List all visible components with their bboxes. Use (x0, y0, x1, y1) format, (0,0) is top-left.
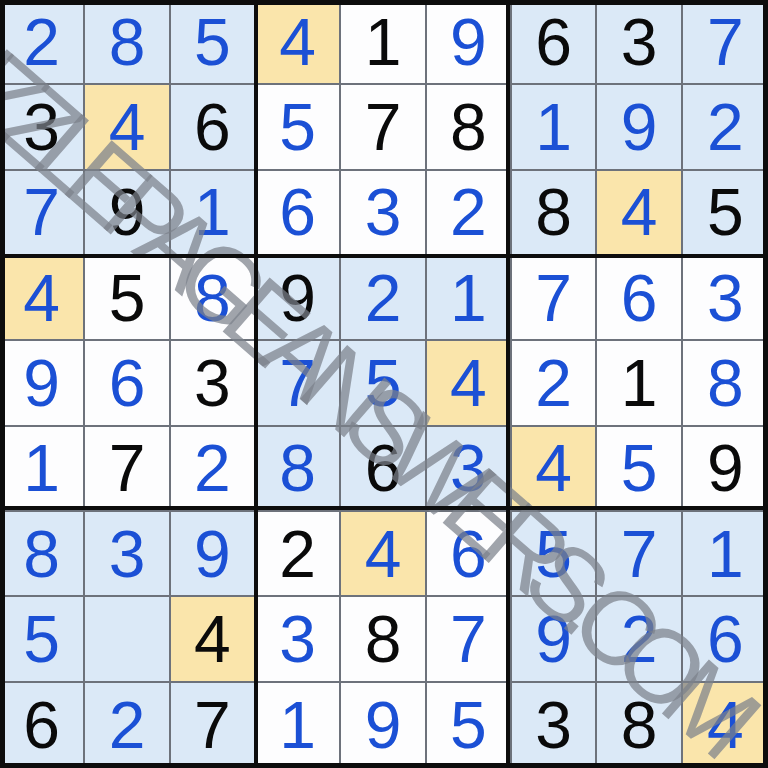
cell-r1c1[interactable]: 2 (0, 0, 85, 85)
entry-digit: 5 (450, 692, 487, 758)
cell-r2c4[interactable]: 5 (256, 85, 341, 170)
entry-digit: 3 (109, 521, 146, 587)
entry-digit: 9 (450, 9, 487, 75)
sudoku-grid: 2854196373465781927916328454589217639637… (0, 0, 768, 768)
cell-r1c4[interactable]: 4 (256, 0, 341, 85)
given-digit: 5 (707, 179, 744, 245)
entry-digit: 5 (194, 9, 231, 75)
entry-digit: 6 (279, 179, 316, 245)
entry-digit: 1 (194, 179, 231, 245)
entry-digit: 5 (535, 521, 572, 587)
given-digit: 7 (194, 692, 231, 758)
cell-r5c9[interactable]: 8 (683, 341, 768, 426)
cell-r1c8[interactable]: 3 (597, 0, 682, 85)
cell-r4c4[interactable]: 9 (256, 256, 341, 341)
cell-r3c4[interactable]: 6 (256, 171, 341, 256)
cell-r9c2[interactable]: 2 (85, 683, 170, 768)
cell-r1c3[interactable]: 5 (171, 0, 256, 85)
entry-digit: 2 (194, 435, 231, 501)
given-digit: 3 (535, 692, 572, 758)
cell-r5c2[interactable]: 6 (85, 341, 170, 426)
cell-r4c1[interactable]: 4 (0, 256, 85, 341)
given-digit: 6 (365, 435, 402, 501)
cell-r2c1[interactable]: 3 (0, 85, 85, 170)
cell-r3c6[interactable]: 2 (427, 171, 512, 256)
cell-r2c2[interactable]: 4 (85, 85, 170, 170)
entry-digit: 2 (450, 179, 487, 245)
cell-r6c5[interactable]: 6 (341, 427, 426, 512)
cell-r6c3[interactable]: 2 (171, 427, 256, 512)
cell-r5c3[interactable]: 3 (171, 341, 256, 426)
cell-r3c8[interactable]: 4 (597, 171, 682, 256)
cell-r5c1[interactable]: 9 (0, 341, 85, 426)
cell-r7c5[interactable]: 4 (341, 512, 426, 597)
entry-digit: 8 (194, 265, 231, 331)
cell-r4c6[interactable]: 1 (427, 256, 512, 341)
cell-r1c2[interactable]: 8 (85, 0, 170, 85)
entry-digit: 9 (365, 692, 402, 758)
cell-r7c9[interactable]: 1 (683, 512, 768, 597)
entry-digit: 7 (279, 350, 316, 416)
cell-r3c3[interactable]: 1 (171, 171, 256, 256)
given-digit: 7 (365, 94, 402, 160)
entry-digit: 4 (621, 179, 658, 245)
cell-r7c3[interactable]: 9 (171, 512, 256, 597)
entry-digit: 9 (621, 94, 658, 160)
cell-r8c5[interactable]: 8 (341, 597, 426, 682)
cell-r4c9[interactable]: 3 (683, 256, 768, 341)
given-digit: 3 (621, 9, 658, 75)
cell-r8c9[interactable]: 6 (683, 597, 768, 682)
cell-r4c7[interactable]: 7 (512, 256, 597, 341)
cell-r9c4[interactable]: 1 (256, 683, 341, 768)
cell-r8c3[interactable]: 4 (171, 597, 256, 682)
cell-r3c9[interactable]: 5 (683, 171, 768, 256)
cell-r6c9[interactable]: 9 (683, 427, 768, 512)
cell-r6c4[interactable]: 8 (256, 427, 341, 512)
given-digit: 3 (23, 94, 60, 160)
entry-digit: 4 (450, 350, 487, 416)
cell-r7c1[interactable]: 8 (0, 512, 85, 597)
cell-r2c7[interactable]: 1 (512, 85, 597, 170)
cell-r1c7[interactable]: 6 (512, 0, 597, 85)
cell-r7c7[interactable]: 5 (512, 512, 597, 597)
cell-r2c9[interactable]: 2 (683, 85, 768, 170)
cell-r4c8[interactable]: 6 (597, 256, 682, 341)
cell-r9c7[interactable]: 3 (512, 683, 597, 768)
entry-digit: 4 (279, 9, 316, 75)
entry-digit: 3 (450, 435, 487, 501)
entry-digit: 1 (707, 521, 744, 587)
entry-digit: 7 (23, 179, 60, 245)
entry-digit: 1 (279, 692, 316, 758)
given-digit: 8 (535, 179, 572, 245)
entry-digit: 4 (109, 94, 146, 160)
entry-digit: 8 (109, 9, 146, 75)
cell-r9c9[interactable]: 4 (683, 683, 768, 768)
cell-r4c3[interactable]: 8 (171, 256, 256, 341)
entry-digit: 9 (23, 350, 60, 416)
cell-r8c6[interactable]: 7 (427, 597, 512, 682)
given-digit: 4 (194, 606, 231, 672)
given-digit: 6 (194, 94, 231, 160)
cell-r6c1[interactable]: 1 (0, 427, 85, 512)
entry-digit: 8 (707, 350, 744, 416)
entry-digit: 4 (23, 265, 60, 331)
cell-r3c1[interactable]: 7 (0, 171, 85, 256)
sudoku-board: 2854196373465781927916328454589217639637… (0, 0, 768, 768)
given-digit: 5 (109, 265, 146, 331)
entry-digit: 6 (450, 521, 487, 587)
given-digit: 7 (109, 435, 146, 501)
entry-digit: 5 (279, 94, 316, 160)
cell-r8c2[interactable] (85, 597, 170, 682)
given-digit: 9 (279, 265, 316, 331)
given-digit: 6 (23, 692, 60, 758)
cell-r2c8[interactable]: 9 (597, 85, 682, 170)
given-digit: 8 (450, 94, 487, 160)
entry-digit: 5 (365, 350, 402, 416)
cell-r3c7[interactable]: 8 (512, 171, 597, 256)
given-digit: 8 (365, 606, 402, 672)
entry-digit: 6 (707, 606, 744, 672)
entry-digit: 2 (109, 692, 146, 758)
cell-r2c5[interactable]: 7 (341, 85, 426, 170)
entry-digit: 3 (707, 265, 744, 331)
entry-digit: 1 (535, 94, 572, 160)
cell-r8c1[interactable]: 5 (0, 597, 85, 682)
cell-r3c5[interactable]: 3 (341, 171, 426, 256)
entry-digit: 2 (535, 350, 572, 416)
cell-r8c8[interactable]: 2 (597, 597, 682, 682)
entry-digit: 1 (450, 265, 487, 331)
entry-digit: 4 (365, 521, 402, 587)
cell-r5c4[interactable]: 7 (256, 341, 341, 426)
cell-r7c8[interactable]: 7 (597, 512, 682, 597)
given-digit: 1 (621, 350, 658, 416)
entry-digit: 3 (279, 606, 316, 672)
entry-digit: 7 (535, 265, 572, 331)
entry-digit: 9 (194, 521, 231, 587)
given-digit: 9 (109, 179, 146, 245)
entry-digit: 6 (109, 350, 146, 416)
cell-r9c5[interactable]: 9 (341, 683, 426, 768)
cell-r6c2[interactable]: 7 (85, 427, 170, 512)
entry-digit: 6 (621, 265, 658, 331)
cell-r6c8[interactable]: 5 (597, 427, 682, 512)
cell-r8c4[interactable]: 3 (256, 597, 341, 682)
entry-digit: 8 (279, 435, 316, 501)
cell-r2c6[interactable]: 8 (427, 85, 512, 170)
cell-r4c2[interactable]: 5 (85, 256, 170, 341)
cell-r5c8[interactable]: 1 (597, 341, 682, 426)
cell-r4c5[interactable]: 2 (341, 256, 426, 341)
entry-digit: 2 (365, 265, 402, 331)
cell-r6c6[interactable]: 3 (427, 427, 512, 512)
cell-r8c7[interactable]: 9 (512, 597, 597, 682)
cell-r6c7[interactable]: 4 (512, 427, 597, 512)
entry-digit: 7 (707, 9, 744, 75)
cell-r7c2[interactable]: 3 (85, 512, 170, 597)
cell-r7c6[interactable]: 6 (427, 512, 512, 597)
cell-r9c6[interactable]: 5 (427, 683, 512, 768)
cell-r5c7[interactable]: 2 (512, 341, 597, 426)
entry-digit: 3 (365, 179, 402, 245)
cell-r2c3[interactable]: 6 (171, 85, 256, 170)
entry-digit: 7 (450, 606, 487, 672)
cell-r1c9[interactable]: 7 (683, 0, 768, 85)
given-digit: 1 (365, 9, 402, 75)
entry-digit: 8 (23, 521, 60, 587)
cell-r9c8[interactable]: 8 (597, 683, 682, 768)
entry-digit: 1 (23, 435, 60, 501)
entry-digit: 2 (707, 94, 744, 160)
entry-digit: 5 (621, 435, 658, 501)
entry-digit: 9 (535, 606, 572, 672)
given-digit: 3 (194, 350, 231, 416)
entry-digit: 2 (23, 9, 60, 75)
entry-digit: 7 (621, 521, 658, 587)
entry-digit: 2 (621, 606, 658, 672)
entry-digit: 4 (535, 435, 572, 501)
cell-r7c4[interactable]: 2 (256, 512, 341, 597)
cell-r1c6[interactable]: 9 (427, 0, 512, 85)
entry-digit: 5 (23, 606, 60, 672)
cell-r3c2[interactable]: 9 (85, 171, 170, 256)
cell-r9c3[interactable]: 7 (171, 683, 256, 768)
given-digit: 6 (535, 9, 572, 75)
cell-r1c5[interactable]: 1 (341, 0, 426, 85)
cell-r5c6[interactable]: 4 (427, 341, 512, 426)
given-digit: 2 (279, 521, 316, 587)
entry-digit: 4 (707, 692, 744, 758)
given-digit: 8 (621, 692, 658, 758)
cell-r5c5[interactable]: 5 (341, 341, 426, 426)
given-digit: 9 (707, 435, 744, 501)
cell-r9c1[interactable]: 6 (0, 683, 85, 768)
